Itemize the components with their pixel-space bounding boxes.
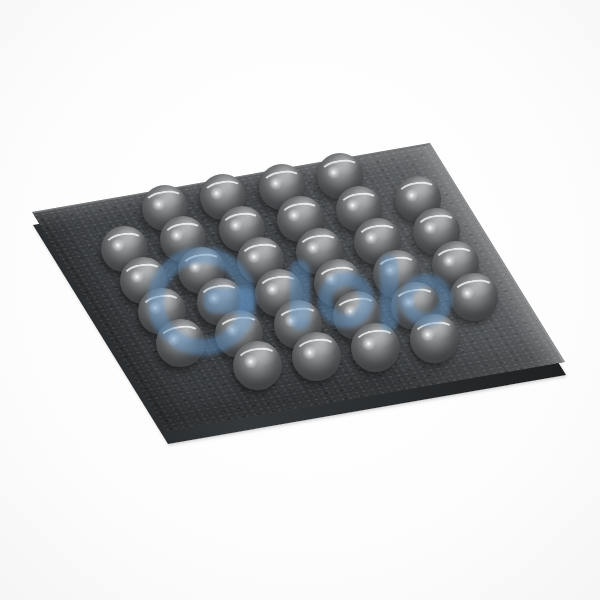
solder-ball-r4c5 — [156, 319, 204, 367]
bga-chip-photo — [0, 0, 600, 600]
solder-ball-r5c4 — [233, 341, 282, 390]
solder-ball-r5c3 — [292, 332, 341, 381]
solder-ball-r5c2 — [351, 323, 400, 372]
solder-ball-r5c1 — [410, 314, 459, 363]
